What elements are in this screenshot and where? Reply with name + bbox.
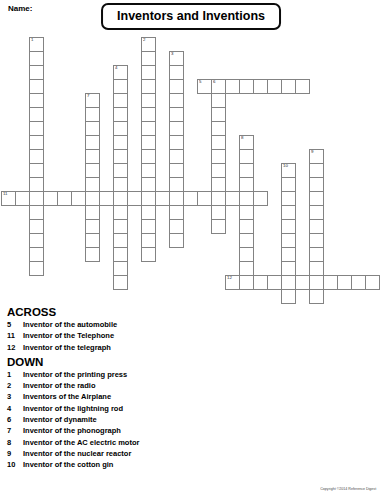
crossword-cell[interactable] [85, 219, 100, 234]
crossword-cell[interactable] [253, 275, 268, 290]
clue-number: 5 [7, 319, 23, 330]
crossword-cell[interactable] [309, 163, 324, 178]
crossword-cell[interactable] [253, 191, 268, 206]
crossword-cell[interactable] [113, 247, 128, 262]
clue-number: 10 [7, 459, 23, 470]
crossword-cell[interactable] [113, 261, 128, 276]
across-heading: ACROSS [7, 306, 375, 319]
crossword-cell[interactable] [29, 65, 44, 80]
cell-number: 6 [213, 80, 215, 84]
crossword-cell[interactable] [71, 191, 86, 206]
across-clue-list: 5Inventor of the automobile11Inventor of… [7, 319, 375, 353]
crossword-cell[interactable] [85, 247, 100, 262]
crossword-cell[interactable] [155, 191, 170, 206]
crossword-cell[interactable] [323, 275, 338, 290]
clue-item: 9Inventor of the nuclear reactor [7, 448, 375, 459]
crossword-cell[interactable] [141, 219, 156, 234]
clue-item: 8Inventor of the AC electric motor [7, 437, 375, 448]
crossword-cell[interactable] [29, 51, 44, 66]
crossword-cell[interactable] [141, 163, 156, 178]
crossword-cell[interactable] [29, 205, 44, 220]
clue-text: Inventor of dynamite [23, 414, 375, 425]
crossword-cell[interactable] [211, 135, 226, 150]
crossword-cell[interactable] [239, 79, 254, 94]
crossword-cell[interactable] [309, 219, 324, 234]
crossword-cell[interactable] [29, 233, 44, 248]
crossword-grid: 123456789101112 [1, 37, 379, 303]
crossword-cell[interactable] [29, 93, 44, 108]
crossword-cell[interactable] [141, 247, 156, 262]
crossword-cell[interactable] [169, 163, 184, 178]
clue-text: Inventor of the phonograph [23, 425, 375, 436]
crossword-cell[interactable]: 10 [281, 163, 296, 178]
crossword-cell[interactable] [281, 79, 296, 94]
crossword-cell[interactable] [281, 261, 296, 276]
clue-number: 11 [7, 330, 23, 341]
crossword-cell[interactable]: 2 [141, 37, 156, 52]
clue-number: 3 [7, 391, 23, 402]
crossword-cell[interactable] [85, 233, 100, 248]
crossword-cell[interactable]: 8 [239, 135, 254, 150]
down-heading: DOWN [7, 356, 375, 369]
crossword-cell[interactable] [281, 177, 296, 192]
crossword-cell[interactable] [141, 233, 156, 248]
crossword-cell[interactable] [309, 247, 324, 262]
crossword-cell[interactable] [113, 93, 128, 108]
cell-number: 5 [199, 80, 201, 84]
crossword-cell[interactable] [253, 79, 268, 94]
clue-number: 1 [7, 369, 23, 380]
crossword-cell[interactable] [337, 275, 352, 290]
crossword-cell[interactable] [197, 191, 212, 206]
crossword-cell[interactable] [239, 247, 254, 262]
crossword-cell[interactable]: 9 [309, 149, 324, 164]
crossword-cell[interactable] [309, 233, 324, 248]
clue-text: Inventor of the telegraph [23, 342, 375, 353]
crossword-cell[interactable] [281, 219, 296, 234]
crossword-cell[interactable] [211, 219, 226, 234]
clue-item: 7Inventor of the phonograph [7, 425, 375, 436]
crossword-cell[interactable] [113, 163, 128, 178]
crossword-cell[interactable] [99, 191, 114, 206]
crossword-cell[interactable] [183, 191, 198, 206]
crossword-cell[interactable] [113, 177, 128, 192]
clue-text: Inventors of the Airplane [23, 391, 375, 402]
crossword-cell[interactable] [29, 149, 44, 164]
crossword-cell[interactable] [309, 205, 324, 220]
crossword-cell[interactable] [239, 261, 254, 276]
crossword-cell[interactable] [211, 149, 226, 164]
puzzle-title: Inventors and Inventions [117, 9, 265, 23]
crossword-cell[interactable] [113, 233, 128, 248]
crossword-cell[interactable] [239, 177, 254, 192]
copyright-text: Copyright ©2014 Reference Digest [320, 487, 376, 491]
clue-text: Inventor of the automobile [23, 319, 375, 330]
crossword-cell[interactable] [309, 289, 324, 304]
clue-number: 6 [7, 414, 23, 425]
clue-text: Inventor of the lightning rod [23, 403, 375, 414]
down-clue-list: 1Inventor of the printing press2Inventor… [7, 369, 375, 471]
crossword-cell[interactable] [169, 93, 184, 108]
crossword-cell[interactable] [15, 191, 30, 206]
crossword-cell[interactable] [169, 177, 184, 192]
crossword-cell[interactable] [309, 191, 324, 206]
clue-text: Inventor of the AC electric motor [23, 437, 375, 448]
crossword-cell[interactable] [113, 135, 128, 150]
clue-item: 5Inventor of the automobile [7, 319, 375, 330]
crossword-cell[interactable] [141, 191, 156, 206]
crossword-cell[interactable] [211, 93, 226, 108]
crossword-cell[interactable] [29, 247, 44, 262]
crossword-cell[interactable] [141, 177, 156, 192]
crossword-cell[interactable] [85, 177, 100, 192]
crossword-cell[interactable] [113, 219, 128, 234]
clue-item: 3Inventors of the Airplane [7, 391, 375, 402]
crossword-cell[interactable] [113, 205, 128, 220]
crossword-cell[interactable] [113, 191, 128, 206]
crossword-cell[interactable] [281, 191, 296, 206]
crossword-cell[interactable] [85, 135, 100, 150]
clue-item: 4Inventor of the lightning rod [7, 403, 375, 414]
crossword-cell[interactable] [29, 121, 44, 136]
clue-text: Inventor of the radio [23, 380, 375, 391]
crossword-cell[interactable] [267, 79, 282, 94]
crossword-cell[interactable] [239, 163, 254, 178]
clue-item: 10Inventor of the cotton gin [7, 459, 375, 470]
crossword-cell[interactable] [211, 107, 226, 122]
crossword-cell[interactable] [141, 65, 156, 80]
crossword-cell[interactable] [141, 121, 156, 136]
crossword-cell[interactable] [141, 79, 156, 94]
crossword-cell[interactable] [29, 191, 44, 206]
crossword-cell[interactable] [225, 191, 240, 206]
crossword-cell[interactable] [29, 79, 44, 94]
clues-section: ACROSS 5Inventor of the automobile11Inve… [7, 306, 375, 471]
crossword-cell[interactable] [211, 121, 226, 136]
crossword-cell[interactable] [85, 163, 100, 178]
cell-number: 1 [31, 38, 33, 42]
crossword-cell[interactable] [239, 219, 254, 234]
crossword-cell[interactable]: 12 [225, 275, 240, 290]
crossword-cell[interactable] [85, 191, 100, 206]
crossword-cell[interactable] [141, 107, 156, 122]
crossword-cell[interactable]: 3 [169, 51, 184, 66]
crossword-cell[interactable] [169, 135, 184, 150]
crossword-cell[interactable] [309, 275, 324, 290]
crossword-cell[interactable] [29, 219, 44, 234]
crossword-cell[interactable] [239, 275, 254, 290]
clue-number: 9 [7, 448, 23, 459]
clue-number: 4 [7, 403, 23, 414]
crossword-cell[interactable]: 5 [197, 79, 212, 94]
cell-number: 11 [3, 192, 8, 196]
crossword-cell[interactable] [141, 205, 156, 220]
crossword-cell[interactable]: 1 [29, 37, 44, 52]
crossword-cell[interactable] [169, 233, 184, 248]
crossword-cell[interactable] [365, 275, 380, 290]
crossword-cell[interactable] [281, 275, 296, 290]
crossword-cell[interactable] [211, 205, 226, 220]
crossword-cell[interactable]: 4 [113, 65, 128, 80]
crossword-cell[interactable] [85, 205, 100, 220]
crossword-cell[interactable] [127, 191, 142, 206]
crossword-cell[interactable] [113, 107, 128, 122]
crossword-cell[interactable] [281, 289, 296, 304]
crossword-cell[interactable] [169, 107, 184, 122]
crossword-cell[interactable] [29, 135, 44, 150]
crossword-cell[interactable] [211, 163, 226, 178]
crossword-cell[interactable] [85, 107, 100, 122]
crossword-cell[interactable] [29, 261, 44, 276]
crossword-cell[interactable] [43, 191, 58, 206]
cell-number: 2 [143, 38, 145, 42]
clue-number: 8 [7, 437, 23, 448]
crossword-cell[interactable] [57, 191, 72, 206]
crossword-cell[interactable] [309, 177, 324, 192]
crossword-cell[interactable] [85, 149, 100, 164]
crossword-cell[interactable] [141, 51, 156, 66]
clue-number: 7 [7, 425, 23, 436]
crossword-cell[interactable] [211, 177, 226, 192]
crossword-cell[interactable] [113, 149, 128, 164]
name-label: Name: [8, 4, 32, 13]
puzzle-title-box: Inventors and Inventions [101, 3, 281, 30]
crossword-cell[interactable] [239, 191, 254, 206]
cell-number: 8 [241, 136, 243, 140]
crossword-cell[interactable] [239, 149, 254, 164]
clue-text: Inventor of the cotton gin [23, 459, 375, 470]
clue-number: 12 [7, 342, 23, 353]
crossword-cell[interactable] [211, 191, 226, 206]
cell-number: 9 [311, 150, 313, 154]
clue-item: 6Inventor of dynamite [7, 414, 375, 425]
crossword-cell[interactable] [141, 135, 156, 150]
crossword-cell[interactable] [113, 79, 128, 94]
clue-item: 12Inventor of the telegraph [7, 342, 375, 353]
crossword-cell[interactable] [169, 149, 184, 164]
crossword-cell[interactable] [169, 191, 184, 206]
crossword-cell[interactable] [309, 261, 324, 276]
crossword-cell[interactable] [85, 121, 100, 136]
crossword-cell[interactable] [225, 79, 240, 94]
crossword-cell[interactable] [141, 93, 156, 108]
crossword-cell[interactable] [169, 79, 184, 94]
crossword-cell[interactable] [239, 233, 254, 248]
crossword-cell[interactable] [29, 107, 44, 122]
crossword-cell[interactable] [295, 275, 310, 290]
crossword-cell[interactable]: 6 [211, 79, 226, 94]
cell-number: 10 [283, 164, 288, 168]
crossword-cell[interactable] [113, 275, 128, 290]
crossword-cell[interactable] [267, 275, 282, 290]
crossword-cell[interactable] [169, 121, 184, 136]
clue-text: Inventor of the nuclear reactor [23, 448, 375, 459]
clue-text: Inventor of the Telephone [23, 330, 375, 341]
clue-item: 1Inventor of the printing press [7, 369, 375, 380]
crossword-cell[interactable] [29, 177, 44, 192]
clue-item: 11Inventor of the Telephone [7, 330, 375, 341]
crossword-cell[interactable] [29, 163, 44, 178]
crossword-cell[interactable] [169, 205, 184, 220]
cell-number: 7 [87, 94, 89, 98]
clue-item: 2Inventor of the radio [7, 380, 375, 391]
cell-number: 3 [171, 52, 173, 56]
crossword-cell[interactable] [113, 121, 128, 136]
crossword-cell[interactable] [281, 247, 296, 262]
crossword-cell[interactable] [141, 149, 156, 164]
crossword-cell[interactable] [239, 205, 254, 220]
clue-number: 2 [7, 380, 23, 391]
crossword-cell[interactable]: 11 [1, 191, 16, 206]
crossword-cell[interactable] [169, 219, 184, 234]
cell-number: 4 [115, 66, 117, 70]
cell-number: 12 [227, 276, 232, 280]
crossword-cell[interactable] [295, 79, 310, 94]
crossword-cell[interactable] [281, 233, 296, 248]
crossword-cell[interactable] [169, 65, 184, 80]
clue-text: Inventor of the printing press [23, 369, 375, 380]
crossword-cell[interactable]: 7 [85, 93, 100, 108]
crossword-cell[interactable] [281, 205, 296, 220]
crossword-cell[interactable] [351, 275, 366, 290]
